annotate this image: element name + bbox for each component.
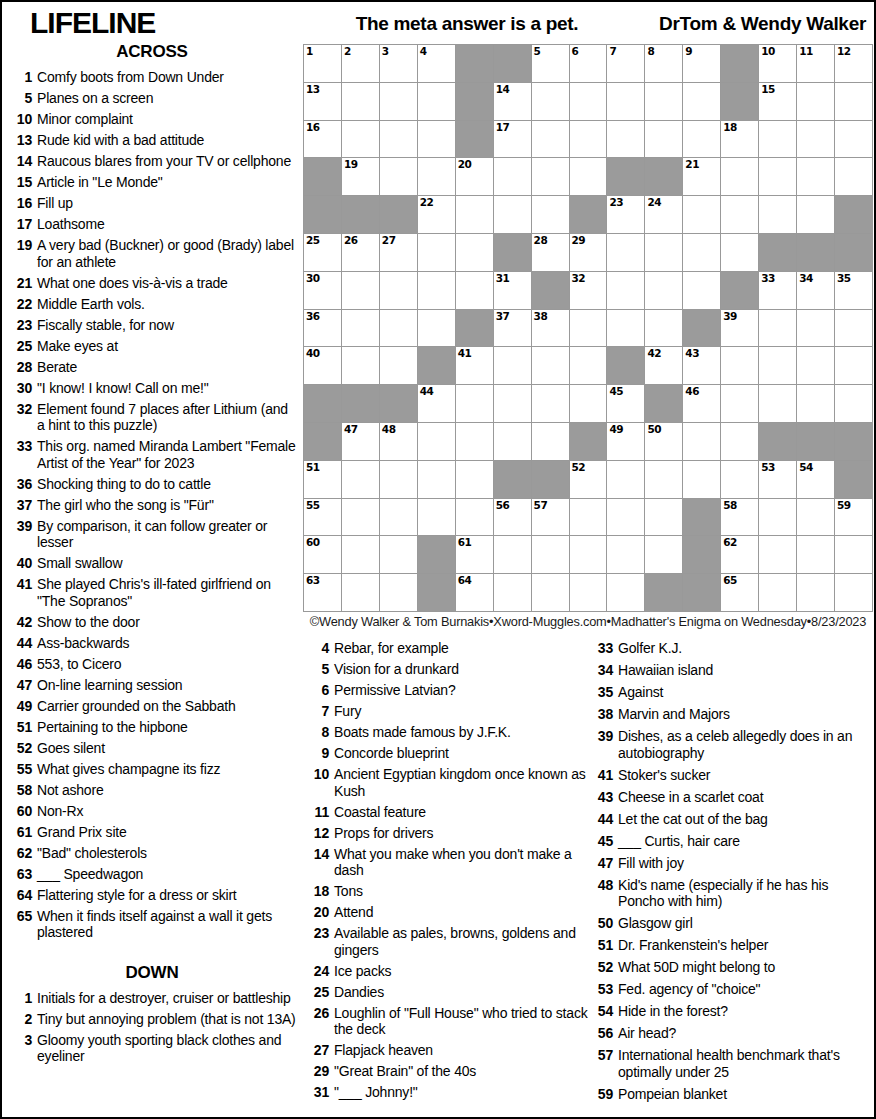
clue-number: 26 (305, 1005, 329, 1038)
white-cell[interactable] (607, 83, 644, 120)
white-cell[interactable] (721, 347, 758, 384)
white-cell[interactable] (759, 499, 796, 536)
clue-number: 46 (8, 656, 32, 673)
black-cell (380, 385, 417, 422)
white-cell[interactable] (721, 385, 758, 422)
white-cell[interactable] (532, 536, 569, 573)
white-cell[interactable] (607, 536, 644, 573)
white-cell[interactable] (607, 272, 644, 309)
clue-text: Flattering style for a dress or skirt (37, 887, 296, 904)
white-cell[interactable]: 55 (304, 499, 341, 536)
clue: 4Rebar, for example (305, 640, 590, 657)
clue: 6Permissive Latvian? (305, 682, 590, 699)
black-cell (683, 536, 720, 573)
white-cell[interactable] (456, 234, 493, 271)
clue-number: 39 (8, 518, 32, 551)
cell-number: 2 (344, 45, 351, 57)
white-cell[interactable] (418, 121, 455, 158)
clue-number: 65 (8, 908, 32, 941)
clue-number: 48 (589, 877, 613, 910)
white-cell[interactable] (683, 196, 720, 233)
clue-text: Let the cat out of the bag (618, 811, 874, 828)
clue: 23Available as pales, browns, goldens an… (305, 925, 590, 958)
clue-number: 47 (8, 677, 32, 694)
white-cell[interactable] (721, 461, 758, 498)
black-cell (494, 234, 531, 271)
white-cell[interactable] (418, 272, 455, 309)
white-cell[interactable] (342, 272, 379, 309)
white-cell[interactable] (607, 461, 644, 498)
white-cell[interactable]: 61 (456, 536, 493, 573)
white-cell[interactable] (380, 158, 417, 195)
clue-text: Tiny but annoying problem (that is not 1… (37, 1011, 296, 1028)
white-cell[interactable]: 26 (342, 234, 379, 271)
white-cell[interactable]: 13 (304, 83, 341, 120)
white-cell[interactable] (683, 423, 720, 460)
white-cell[interactable] (759, 310, 796, 347)
white-cell[interactable] (456, 272, 493, 309)
white-cell[interactable] (797, 347, 834, 384)
clue-text: By comparison, it can follow greater or … (37, 518, 296, 551)
white-cell[interactable] (759, 536, 796, 573)
white-cell[interactable] (759, 121, 796, 158)
white-cell[interactable] (532, 158, 569, 195)
clue-number: 14 (305, 846, 329, 879)
white-cell[interactable]: 7 (607, 45, 644, 82)
white-cell[interactable]: 43 (683, 347, 720, 384)
white-cell[interactable] (532, 121, 569, 158)
white-cell[interactable]: 8 (645, 45, 682, 82)
clue-number: 12 (305, 825, 329, 842)
white-cell[interactable]: 14 (494, 83, 531, 120)
white-cell[interactable] (342, 461, 379, 498)
clue-number: 50 (589, 915, 613, 932)
white-cell[interactable]: 11 (797, 45, 834, 82)
clue-text: Planes on a screen (37, 90, 296, 107)
white-cell[interactable] (570, 385, 607, 422)
white-cell[interactable] (645, 272, 682, 309)
white-cell[interactable] (570, 83, 607, 120)
cell-number: 27 (382, 234, 396, 246)
white-cell[interactable] (797, 574, 834, 611)
clue: 64Flattering style for a dress or skirt (8, 887, 296, 904)
white-cell[interactable] (797, 385, 834, 422)
clue-text: On-line learning session (37, 677, 296, 694)
white-cell[interactable]: 25 (304, 234, 341, 271)
white-cell[interactable]: 19 (342, 158, 379, 195)
clue-text: Ice packs (334, 963, 590, 980)
white-cell[interactable]: 51 (304, 461, 341, 498)
white-cell[interactable]: 59 (835, 499, 872, 536)
clue: 28Berate (8, 359, 296, 376)
white-cell[interactable] (380, 536, 417, 573)
white-cell[interactable] (607, 121, 644, 158)
white-cell[interactable]: 6 (570, 45, 607, 82)
clue: 41Stoker's sucker (589, 767, 874, 784)
clue-number: 5 (8, 90, 32, 107)
white-cell[interactable] (797, 196, 834, 233)
clue: 52Goes silent (8, 740, 296, 757)
white-cell[interactable] (683, 272, 720, 309)
white-cell[interactable]: 37 (494, 310, 531, 347)
clue-text: This org. named Miranda Lambert "Female … (37, 438, 296, 471)
black-cell (380, 196, 417, 233)
clue-text: Raucous blares from your TV or cellphone (37, 153, 296, 170)
white-cell[interactable] (532, 385, 569, 422)
clue: 63___ Speedwagon (8, 866, 296, 883)
clue-number: 31 (305, 1084, 329, 1101)
white-cell[interactable] (380, 499, 417, 536)
cell-number: 8 (647, 45, 654, 57)
white-cell[interactable] (721, 423, 758, 460)
white-cell[interactable] (342, 574, 379, 611)
white-cell[interactable]: 1 (304, 45, 341, 82)
white-cell[interactable] (607, 499, 644, 536)
clue: 25Make eyes at (8, 338, 296, 355)
clue-text: Fury (334, 703, 590, 720)
white-cell[interactable] (835, 83, 872, 120)
clue: 57International health benchmark that's … (589, 1047, 874, 1080)
white-cell[interactable] (570, 536, 607, 573)
white-cell[interactable]: 36 (304, 310, 341, 347)
white-cell[interactable] (418, 423, 455, 460)
white-cell[interactable] (797, 121, 834, 158)
clue-text: Pertaining to the hipbone (37, 719, 296, 736)
clue: 26Loughlin of "Full House" who tried to … (305, 1005, 590, 1038)
white-cell[interactable] (532, 83, 569, 120)
clue-number: 4 (305, 640, 329, 657)
white-cell[interactable] (835, 121, 872, 158)
white-cell[interactable]: 57 (532, 499, 569, 536)
clue-number: 32 (8, 401, 32, 434)
white-cell[interactable]: 15 (759, 83, 796, 120)
cell-number: 32 (572, 272, 586, 284)
clue-number: 13 (8, 132, 32, 149)
white-cell[interactable] (418, 158, 455, 195)
clue: 52What 50D might belong to (589, 959, 874, 976)
white-cell[interactable] (835, 536, 872, 573)
white-cell[interactable] (835, 574, 872, 611)
clue-text: Against (618, 684, 874, 701)
white-cell[interactable]: 56 (494, 499, 531, 536)
down-column-right: 33Golfer K.J.34Hawaiian island35Against3… (589, 640, 874, 1108)
white-cell[interactable] (456, 461, 493, 498)
clue: 20Attend (305, 904, 590, 921)
white-cell[interactable]: 3 (380, 45, 417, 82)
white-cell[interactable] (418, 499, 455, 536)
clue: 24Ice packs (305, 963, 590, 980)
white-cell[interactable] (607, 574, 644, 611)
clue-number: 30 (8, 380, 32, 397)
white-cell[interactable] (494, 423, 531, 460)
white-cell[interactable] (721, 234, 758, 271)
cell-number: 6 (572, 45, 579, 57)
white-cell[interactable] (683, 83, 720, 120)
black-cell (759, 423, 796, 460)
white-cell[interactable] (418, 461, 455, 498)
white-cell[interactable]: 20 (456, 158, 493, 195)
white-cell[interactable] (380, 310, 417, 347)
white-cell[interactable]: 53 (759, 461, 796, 498)
white-cell[interactable] (380, 272, 417, 309)
cell-number: 26 (344, 234, 358, 246)
cell-number: 49 (609, 423, 623, 435)
white-cell[interactable] (342, 347, 379, 384)
black-cell (418, 347, 455, 384)
white-cell[interactable] (418, 83, 455, 120)
white-cell[interactable] (570, 347, 607, 384)
white-cell[interactable]: 33 (759, 272, 796, 309)
white-cell[interactable] (456, 423, 493, 460)
white-cell[interactable] (342, 536, 379, 573)
clue-number: 37 (8, 497, 32, 514)
white-cell[interactable] (835, 158, 872, 195)
down-clue-list-middle: 4Rebar, for example5Vision for a drunkar… (305, 640, 590, 1101)
white-cell[interactable] (645, 536, 682, 573)
white-cell[interactable] (380, 574, 417, 611)
white-cell[interactable] (835, 310, 872, 347)
white-cell[interactable]: 63 (304, 574, 341, 611)
white-cell[interactable]: 64 (456, 574, 493, 611)
white-cell[interactable] (835, 385, 872, 422)
cell-number: 64 (458, 574, 472, 586)
clue-number: 52 (589, 959, 613, 976)
white-cell[interactable]: 24 (645, 196, 682, 233)
white-cell[interactable] (683, 121, 720, 158)
white-cell[interactable]: 27 (380, 234, 417, 271)
white-cell[interactable] (570, 121, 607, 158)
white-cell[interactable] (342, 310, 379, 347)
white-cell[interactable] (380, 83, 417, 120)
white-cell[interactable] (797, 536, 834, 573)
white-cell[interactable]: 39 (721, 310, 758, 347)
white-cell[interactable] (494, 347, 531, 384)
cell-number: 47 (344, 423, 358, 435)
clue-number: 61 (8, 824, 32, 841)
white-cell[interactable] (494, 574, 531, 611)
clue-text: Stoker's sucker (618, 767, 874, 784)
clue-text: Fill with joy (618, 855, 874, 872)
white-cell[interactable] (494, 385, 531, 422)
cell-number: 56 (496, 499, 510, 511)
white-cell[interactable]: 28 (532, 234, 569, 271)
white-cell[interactable]: 21 (683, 158, 720, 195)
white-cell[interactable] (645, 121, 682, 158)
white-cell[interactable] (645, 499, 682, 536)
white-cell[interactable]: 50 (645, 423, 682, 460)
clue-text: "I know! I know! Call on me!" (37, 380, 296, 397)
white-cell[interactable]: 42 (645, 347, 682, 384)
clue-text: Gloomy youth sporting black clothes and … (37, 1032, 296, 1065)
cell-number: 62 (723, 536, 737, 548)
white-cell[interactable] (759, 574, 796, 611)
white-cell[interactable] (456, 385, 493, 422)
white-cell[interactable] (645, 234, 682, 271)
cell-number: 29 (572, 234, 586, 246)
clue-text: Rebar, for example (334, 640, 590, 657)
white-cell[interactable]: 23 (607, 196, 644, 233)
white-cell[interactable] (418, 234, 455, 271)
white-cell[interactable]: 58 (721, 499, 758, 536)
clue-text: Small swallow (37, 555, 296, 572)
white-cell[interactable] (342, 499, 379, 536)
white-cell[interactable] (494, 196, 531, 233)
black-cell (607, 347, 644, 384)
black-cell (797, 234, 834, 271)
white-cell[interactable] (342, 83, 379, 120)
clue-number: 8 (305, 724, 329, 741)
white-cell[interactable]: 52 (570, 461, 607, 498)
white-cell[interactable]: 18 (721, 121, 758, 158)
cell-number: 48 (382, 423, 396, 435)
white-cell[interactable]: 16 (304, 121, 341, 158)
white-cell[interactable] (683, 461, 720, 498)
cell-number: 52 (572, 461, 586, 473)
white-cell[interactable] (380, 347, 417, 384)
black-cell (456, 45, 493, 82)
clue-number: 17 (8, 216, 32, 233)
white-cell[interactable] (645, 461, 682, 498)
white-cell[interactable] (532, 196, 569, 233)
white-cell[interactable] (570, 574, 607, 611)
white-cell[interactable]: 44 (418, 385, 455, 422)
white-cell[interactable]: 10 (759, 45, 796, 82)
black-cell (721, 45, 758, 82)
white-cell[interactable] (532, 574, 569, 611)
black-cell (494, 45, 531, 82)
white-cell[interactable]: 65 (721, 574, 758, 611)
white-cell[interactable] (570, 499, 607, 536)
clue: 15Article in "Le Monde" (8, 174, 296, 191)
white-cell[interactable] (759, 158, 796, 195)
white-cell[interactable] (721, 196, 758, 233)
cell-number: 39 (723, 310, 737, 322)
cell-number: 10 (761, 45, 775, 57)
white-cell[interactable]: 49 (607, 423, 644, 460)
white-cell[interactable] (456, 196, 493, 233)
white-cell[interactable] (456, 499, 493, 536)
clue-number: 58 (8, 782, 32, 799)
white-cell[interactable]: 46 (683, 385, 720, 422)
clue-number: 25 (305, 984, 329, 1001)
white-cell[interactable]: 34 (797, 272, 834, 309)
cell-number: 45 (609, 385, 623, 397)
clue-text: International health benchmark that's op… (618, 1047, 874, 1080)
white-cell[interactable]: 41 (456, 347, 493, 384)
white-cell[interactable] (645, 83, 682, 120)
clue: 45___ Curtis, hair care (589, 833, 874, 850)
white-cell[interactable]: 45 (607, 385, 644, 422)
white-cell[interactable] (721, 158, 758, 195)
white-cell[interactable] (342, 121, 379, 158)
white-cell[interactable]: 2 (342, 45, 379, 82)
white-cell[interactable]: 38 (532, 310, 569, 347)
white-cell[interactable]: 30 (304, 272, 341, 309)
white-cell[interactable] (797, 499, 834, 536)
clue-number: 22 (8, 296, 32, 313)
white-cell[interactable]: 29 (570, 234, 607, 271)
white-cell[interactable]: 32 (570, 272, 607, 309)
black-cell (645, 158, 682, 195)
white-cell[interactable]: 22 (418, 196, 455, 233)
clue: 10Minor complaint (8, 111, 296, 128)
clue-text: Kid's name (especially if he has his Pon… (618, 877, 874, 910)
white-cell[interactable] (835, 347, 872, 384)
black-cell (456, 310, 493, 347)
white-cell[interactable] (380, 461, 417, 498)
clue-number: 1 (8, 69, 32, 86)
white-cell[interactable]: 48 (380, 423, 417, 460)
white-cell[interactable]: 54 (797, 461, 834, 498)
white-cell[interactable]: 47 (342, 423, 379, 460)
clue-number: 25 (8, 338, 32, 355)
white-cell[interactable] (759, 385, 796, 422)
clue-text: Glasgow girl (618, 915, 874, 932)
white-cell[interactable]: 31 (494, 272, 531, 309)
clue-text: A very bad (Buckner) or good (Brady) lab… (37, 237, 296, 270)
white-cell[interactable] (607, 310, 644, 347)
clue: 37The girl who the song is "Für" (8, 497, 296, 514)
clue: 13Rude kid with a bad attitude (8, 132, 296, 149)
white-cell[interactable] (797, 83, 834, 120)
white-cell[interactable]: 62 (721, 536, 758, 573)
white-cell[interactable] (607, 234, 644, 271)
white-cell[interactable] (759, 347, 796, 384)
clue-text: Props for drivers (334, 825, 590, 842)
cell-number: 15 (761, 83, 775, 95)
white-cell[interactable]: 4 (418, 45, 455, 82)
clue-number: 7 (305, 703, 329, 720)
cell-number: 55 (306, 499, 320, 511)
clue-number: 55 (8, 761, 32, 778)
clue-text: ___ Curtis, hair care (618, 833, 874, 850)
white-cell[interactable]: 60 (304, 536, 341, 573)
black-cell (456, 83, 493, 120)
clue-number: 11 (305, 804, 329, 821)
black-cell (683, 499, 720, 536)
white-cell[interactable] (683, 234, 720, 271)
white-cell[interactable] (797, 158, 834, 195)
white-cell[interactable] (532, 347, 569, 384)
clue-number: 40 (8, 555, 32, 572)
clue-number: 60 (8, 803, 32, 820)
clue: 8Boats made famous by J.F.K. (305, 724, 590, 741)
white-cell[interactable]: 9 (683, 45, 720, 82)
white-cell[interactable]: 40 (304, 347, 341, 384)
cell-number: 14 (496, 83, 510, 95)
white-cell[interactable]: 12 (835, 45, 872, 82)
white-cell[interactable] (570, 158, 607, 195)
white-cell[interactable] (645, 310, 682, 347)
cell-number: 7 (609, 45, 616, 57)
white-cell[interactable] (759, 196, 796, 233)
white-cell[interactable] (418, 310, 455, 347)
white-cell[interactable] (570, 310, 607, 347)
white-cell[interactable]: 5 (532, 45, 569, 82)
white-cell[interactable] (494, 536, 531, 573)
white-cell[interactable]: 35 (835, 272, 872, 309)
white-cell[interactable] (380, 121, 417, 158)
black-cell (342, 196, 379, 233)
white-cell[interactable]: 17 (494, 121, 531, 158)
white-cell[interactable] (532, 423, 569, 460)
cell-number: 65 (723, 574, 737, 586)
clue-number: 33 (8, 438, 32, 471)
white-cell[interactable] (797, 310, 834, 347)
clue-number: 23 (8, 317, 32, 334)
clue-number: 23 (305, 925, 329, 958)
white-cell[interactable] (494, 158, 531, 195)
